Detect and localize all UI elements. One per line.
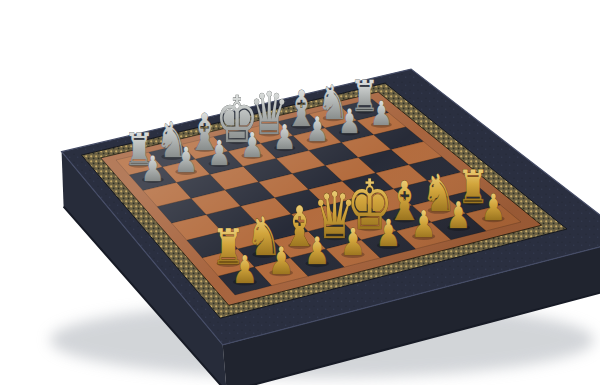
piece-silver-pawn-h7: ♟: [370, 94, 393, 133]
piece-silver-pawn-c7: ♟: [207, 132, 231, 173]
piece-gold-pawn-h1: ♟: [481, 186, 506, 229]
piece-gold-pawn-g1: ♟: [446, 195, 471, 238]
piece-silver-pawn-b7: ♟: [174, 140, 198, 181]
chess-set-product-photo: ♜♞♝♚♛♝♞♜♟♟♟♟♟♟♟♟♜♞♝♛♚♝♞♜♟♟♟♟♟♟♟♟: [0, 0, 600, 385]
piece-gold-pawn-e1: ♟: [376, 211, 401, 255]
piece-gold-pawn-a1: ♟: [232, 247, 258, 292]
board-render-root: ♜♞♝♚♛♝♞♜♟♟♟♟♟♟♟♟♜♞♝♛♚♝♞♜♟♟♟♟♟♟♟♟: [50, 69, 600, 385]
piece-gold-pawn-b1: ♟: [268, 239, 294, 283]
piece-gold-pawn-c1: ♟: [304, 229, 330, 273]
piece-gold-pawn-d1: ♟: [340, 220, 366, 264]
piece-silver-pawn-a7: ♟: [141, 148, 165, 189]
piece-gold-pawn-f1: ♟: [411, 204, 436, 247]
piece-silver-pawn-d7: ♟: [240, 125, 263, 164]
piece-silver-pawn-e7: ♟: [273, 117, 296, 156]
board-scene-svg: ♜♞♝♚♛♝♞♜♟♟♟♟♟♟♟♟♜♞♝♛♚♝♞♜♟♟♟♟♟♟♟♟: [0, 0, 600, 385]
piece-silver-pawn-f7: ♟: [306, 109, 329, 148]
piece-silver-pawn-g7: ♟: [338, 101, 361, 140]
